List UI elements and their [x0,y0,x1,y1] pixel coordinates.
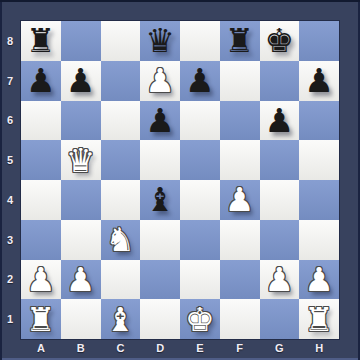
square-d6[interactable]: ♟ [140,101,180,141]
piece-white-pawn[interactable]: ♟ [66,263,96,296]
square-h7[interactable]: ♟ [299,61,339,101]
square-c2[interactable] [101,260,141,300]
square-g6[interactable]: ♟ [260,101,300,141]
square-d7[interactable]: ♟ [140,61,180,101]
piece-white-queen[interactable]: ♛ [66,144,96,177]
piece-black-pawn[interactable]: ♟ [26,64,56,97]
square-c8[interactable] [101,21,141,61]
piece-black-rook[interactable]: ♜ [225,24,255,57]
square-f4[interactable]: ♟ [220,180,260,220]
piece-black-king[interactable]: ♚ [265,24,295,57]
piece-white-knight[interactable]: ♞ [106,223,136,256]
piece-black-rook[interactable]: ♜ [26,24,56,57]
square-c1[interactable]: ♝ [101,299,141,339]
piece-white-pawn[interactable]: ♟ [145,64,175,97]
square-h2[interactable]: ♟ [299,260,339,300]
square-f8[interactable]: ♜ [220,21,260,61]
square-b5[interactable]: ♛ [61,140,101,180]
piece-black-pawn[interactable]: ♟ [265,104,295,137]
square-a6[interactable] [21,101,61,141]
piece-white-pawn[interactable]: ♟ [265,263,295,296]
file-label-a: A [21,338,61,358]
rank-label-3: 3 [0,220,20,260]
rank-label-5: 5 [0,140,20,180]
square-h1[interactable]: ♜ [299,299,339,339]
square-f7[interactable] [220,61,260,101]
file-label-f: F [220,338,260,358]
square-d3[interactable] [140,220,180,260]
square-g2[interactable]: ♟ [260,260,300,300]
file-label-e: E [180,338,220,358]
square-g5[interactable] [260,140,300,180]
square-d1[interactable] [140,299,180,339]
square-a7[interactable]: ♟ [21,61,61,101]
square-b4[interactable] [61,180,101,220]
rank-label-7: 7 [0,61,20,101]
rank-label-8: 8 [0,21,20,61]
rank-label-4: 4 [0,180,20,220]
square-e3[interactable] [180,220,220,260]
file-label-g: G [260,338,300,358]
square-f3[interactable] [220,220,260,260]
piece-white-pawn[interactable]: ♟ [26,263,56,296]
square-b6[interactable] [61,101,101,141]
piece-black-pawn[interactable]: ♟ [185,64,215,97]
square-d8[interactable]: ♛ [140,21,180,61]
piece-white-rook[interactable]: ♜ [26,303,56,336]
square-b3[interactable] [61,220,101,260]
square-h3[interactable] [299,220,339,260]
square-f2[interactable] [220,260,260,300]
square-a2[interactable]: ♟ [21,260,61,300]
square-d5[interactable] [140,140,180,180]
square-b8[interactable] [61,21,101,61]
square-e5[interactable] [180,140,220,180]
file-labels: ABCDEFGH [21,338,339,358]
rank-label-2: 2 [0,260,20,300]
file-label-c: C [101,338,141,358]
square-h4[interactable] [299,180,339,220]
piece-black-pawn[interactable]: ♟ [145,104,175,137]
square-f5[interactable] [220,140,260,180]
rank-label-6: 6 [0,101,20,141]
square-c7[interactable] [101,61,141,101]
square-c6[interactable] [101,101,141,141]
square-h6[interactable] [299,101,339,141]
square-c3[interactable]: ♞ [101,220,141,260]
square-e1[interactable]: ♚ [180,299,220,339]
square-a4[interactable] [21,180,61,220]
piece-white-king[interactable]: ♚ [185,303,215,336]
square-d4[interactable]: ♝ [140,180,180,220]
square-f6[interactable] [220,101,260,141]
square-c5[interactable] [101,140,141,180]
square-g3[interactable] [260,220,300,260]
square-c4[interactable] [101,180,141,220]
rank-label-1: 1 [0,299,20,339]
square-h8[interactable] [299,21,339,61]
piece-white-rook[interactable]: ♜ [304,303,334,336]
square-b1[interactable] [61,299,101,339]
square-a5[interactable] [21,140,61,180]
square-g4[interactable] [260,180,300,220]
square-e8[interactable] [180,21,220,61]
square-g7[interactable] [260,61,300,101]
piece-white-pawn[interactable]: ♟ [225,183,255,216]
file-label-b: B [61,338,101,358]
piece-black-pawn[interactable]: ♟ [304,64,334,97]
square-g8[interactable]: ♚ [260,21,300,61]
board-frame: 87654321 ♜♛♜♚♟♟♟♟♟♟♟♛♝♟♞♟♟♟♟♜♝♚♜ ABCDEFG… [0,0,360,360]
piece-black-pawn[interactable]: ♟ [66,64,96,97]
square-a8[interactable]: ♜ [21,21,61,61]
rank-labels: 87654321 [0,21,20,339]
piece-white-pawn[interactable]: ♟ [304,263,334,296]
square-g1[interactable] [260,299,300,339]
square-e6[interactable] [180,101,220,141]
square-f1[interactable] [220,299,260,339]
square-b2[interactable]: ♟ [61,260,101,300]
piece-black-queen[interactable]: ♛ [145,24,175,57]
file-label-d: D [140,338,180,358]
square-a1[interactable]: ♜ [21,299,61,339]
square-h5[interactable] [299,140,339,180]
square-e2[interactable] [180,260,220,300]
square-e7[interactable]: ♟ [180,61,220,101]
square-b7[interactable]: ♟ [61,61,101,101]
square-a3[interactable] [21,220,61,260]
square-d2[interactable] [140,260,180,300]
chess-board[interactable]: ♜♛♜♚♟♟♟♟♟♟♟♛♝♟♞♟♟♟♟♜♝♚♜ [20,20,340,340]
square-e4[interactable] [180,180,220,220]
piece-white-bishop[interactable]: ♝ [106,303,136,336]
piece-black-bishop[interactable]: ♝ [145,183,175,216]
file-label-h: H [299,338,339,358]
